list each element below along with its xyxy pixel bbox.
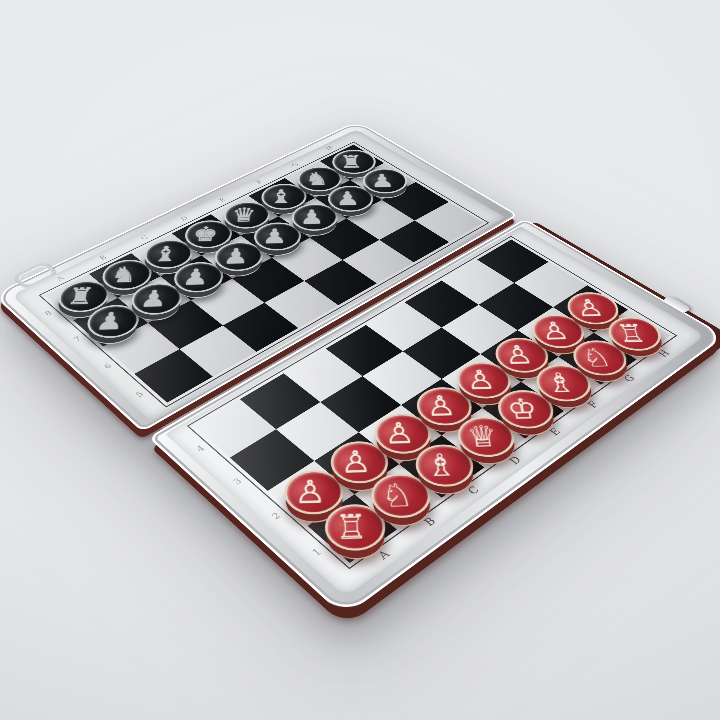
photo-background: ABCDEFGH 8765 ♜♞♝♚♛♝♞♜♟♟♟♟♟♟♟♟ 4321 ♙♙♙♙…	[0, 0, 720, 720]
piece-glyph: ♖	[606, 316, 658, 351]
piece-glyph: ♟	[293, 203, 331, 231]
piece-glyph: ♖	[326, 504, 378, 552]
piece-glyph: ♟	[86, 304, 133, 338]
piece-glyph: ♟	[329, 185, 367, 212]
latch-tab	[662, 295, 692, 313]
piece-glyph: ♟	[131, 283, 176, 315]
case-shadow-wrap: ABCDEFGH 8765 ♜♞♝♚♛♝♞♜♟♟♟♟♟♟♟♟ 4321 ♙♙♙♙…	[0, 0, 720, 720]
piece-glyph: ♟	[363, 168, 402, 194]
piece-glyph: ♘	[372, 473, 424, 518]
piece-glyph: ♗	[415, 444, 467, 487]
piece-glyph: ♟	[174, 262, 217, 293]
chess-case: ABCDEFGH 8765 ♜♞♝♚♛♝♞♜♟♟♟♟♟♟♟♟ 4321 ♙♙♙♙…	[0, 121, 720, 617]
piece-glyph: ♟	[215, 241, 256, 271]
piece-glyph: ♟	[255, 222, 294, 251]
